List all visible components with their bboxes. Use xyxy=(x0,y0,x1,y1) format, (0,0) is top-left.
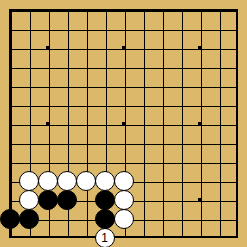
star-point xyxy=(46,122,49,125)
black-stone[interactable] xyxy=(95,209,115,229)
star-point xyxy=(198,122,201,125)
black-stone[interactable] xyxy=(57,190,77,210)
move-number-label: 1 xyxy=(101,232,108,244)
white-stone[interactable] xyxy=(19,190,39,210)
star-point xyxy=(198,46,201,49)
white-stone[interactable] xyxy=(95,171,115,191)
white-stone[interactable] xyxy=(19,171,39,191)
go-board[interactable]: 1 xyxy=(0,0,247,247)
black-stone[interactable] xyxy=(38,190,58,210)
black-stone[interactable] xyxy=(95,190,115,210)
black-stone[interactable] xyxy=(19,209,39,229)
star-point xyxy=(122,46,125,49)
black-stone[interactable] xyxy=(0,209,20,229)
white-stone[interactable] xyxy=(76,171,96,191)
white-stone[interactable] xyxy=(57,171,77,191)
star-point xyxy=(198,198,201,201)
star-point xyxy=(46,46,49,49)
white-stone[interactable] xyxy=(114,209,134,229)
move-1-stone[interactable]: 1 xyxy=(95,228,115,247)
star-point xyxy=(122,122,125,125)
white-stone[interactable] xyxy=(38,171,58,191)
white-stone[interactable] xyxy=(114,171,134,191)
white-stone[interactable] xyxy=(114,190,134,210)
